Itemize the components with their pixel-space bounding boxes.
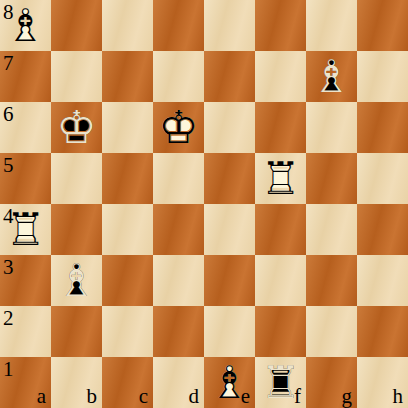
white-king-d6[interactable]: ♚♔ [153, 102, 204, 153]
white-rook-f5[interactable]: ♜♖ [255, 153, 306, 204]
black-bishop-outline-icon: ♗ [306, 51, 357, 102]
square-a1[interactable]: 1a [0, 357, 51, 408]
square-f5[interactable]: ♜♖ [255, 153, 306, 204]
black-bishop-b3[interactable]: ♝♗ [51, 255, 102, 306]
square-f1[interactable]: f♜♖ [255, 357, 306, 408]
rank-label-7: 7 [3, 53, 14, 74]
white-rook-outline-icon: ♖ [255, 153, 306, 204]
rank-label-1: 1 [3, 359, 14, 380]
square-h1[interactable]: h [357, 357, 408, 408]
square-h5[interactable] [357, 153, 408, 204]
square-h6[interactable] [357, 102, 408, 153]
square-h2[interactable] [357, 306, 408, 357]
square-f3[interactable] [255, 255, 306, 306]
square-c4[interactable] [102, 204, 153, 255]
square-b8[interactable] [51, 0, 102, 51]
square-b3[interactable]: ♝♗ [51, 255, 102, 306]
square-a5[interactable]: 5 [0, 153, 51, 204]
square-a8[interactable]: 8♝♗ [0, 0, 51, 51]
square-c8[interactable] [102, 0, 153, 51]
square-a4[interactable]: 4♜♖ [0, 204, 51, 255]
square-c1[interactable]: c [102, 357, 153, 408]
square-d1[interactable]: d [153, 357, 204, 408]
square-a7[interactable]: 7 [0, 51, 51, 102]
white-bishop-a8[interactable]: ♝♗ [0, 0, 51, 51]
white-rook-a4[interactable]: ♜♖ [0, 204, 51, 255]
square-e3[interactable] [204, 255, 255, 306]
square-e7[interactable] [204, 51, 255, 102]
square-b4[interactable] [51, 204, 102, 255]
square-g4[interactable] [306, 204, 357, 255]
square-e4[interactable] [204, 204, 255, 255]
white-king-outline-icon: ♔ [153, 102, 204, 153]
square-d6[interactable]: ♚♔ [153, 102, 204, 153]
white-bishop-outline-icon: ♗ [204, 357, 255, 408]
square-e6[interactable] [204, 102, 255, 153]
square-b6[interactable]: ♚♔ [51, 102, 102, 153]
square-a6[interactable]: 6 [0, 102, 51, 153]
file-label-a: a [37, 386, 46, 407]
square-f4[interactable] [255, 204, 306, 255]
black-king-outline-icon: ♔ [51, 102, 102, 153]
square-h7[interactable] [357, 51, 408, 102]
rank-label-6: 6 [3, 104, 14, 125]
square-h4[interactable] [357, 204, 408, 255]
file-label-h: h [393, 386, 404, 407]
square-g2[interactable] [306, 306, 357, 357]
square-b2[interactable] [51, 306, 102, 357]
square-b7[interactable] [51, 51, 102, 102]
square-f7[interactable] [255, 51, 306, 102]
square-g1[interactable]: g [306, 357, 357, 408]
square-g6[interactable] [306, 102, 357, 153]
black-king-b6[interactable]: ♚♔ [51, 102, 102, 153]
square-d7[interactable] [153, 51, 204, 102]
square-b5[interactable] [51, 153, 102, 204]
square-c2[interactable] [102, 306, 153, 357]
square-e5[interactable] [204, 153, 255, 204]
square-f2[interactable] [255, 306, 306, 357]
square-h3[interactable] [357, 255, 408, 306]
chess-board: 8♝♗7♝♗6♚♔♚♔5♜♖4♜♖3♝♗21abcde♝♗f♜♖gh [0, 0, 408, 408]
square-d4[interactable] [153, 204, 204, 255]
square-c7[interactable] [102, 51, 153, 102]
square-c6[interactable] [102, 102, 153, 153]
black-bishop-g7[interactable]: ♝♗ [306, 51, 357, 102]
square-a3[interactable]: 3 [0, 255, 51, 306]
black-rook-outline-icon: ♖ [255, 357, 306, 408]
square-c5[interactable] [102, 153, 153, 204]
white-rook-outline-icon: ♖ [0, 204, 51, 255]
square-d8[interactable] [153, 0, 204, 51]
file-label-g: g [342, 386, 353, 407]
file-label-d: d [189, 386, 200, 407]
white-bishop-e1[interactable]: ♝♗ [204, 357, 255, 408]
rank-label-2: 2 [3, 308, 14, 329]
white-bishop-outline-icon: ♗ [0, 0, 51, 51]
black-rook-f1[interactable]: ♜♖ [255, 357, 306, 408]
square-f8[interactable] [255, 0, 306, 51]
rank-label-5: 5 [3, 155, 14, 176]
file-label-b: b [87, 386, 98, 407]
square-d3[interactable] [153, 255, 204, 306]
square-b1[interactable]: b [51, 357, 102, 408]
square-d5[interactable] [153, 153, 204, 204]
rank-label-3: 3 [3, 257, 14, 278]
square-e8[interactable] [204, 0, 255, 51]
square-e2[interactable] [204, 306, 255, 357]
black-bishop-outline-icon: ♗ [51, 255, 102, 306]
file-label-c: c [139, 386, 148, 407]
square-e1[interactable]: e♝♗ [204, 357, 255, 408]
square-g8[interactable] [306, 0, 357, 51]
square-g5[interactable] [306, 153, 357, 204]
square-h8[interactable] [357, 0, 408, 51]
square-g3[interactable] [306, 255, 357, 306]
square-a2[interactable]: 2 [0, 306, 51, 357]
square-f6[interactable] [255, 102, 306, 153]
square-c3[interactable] [102, 255, 153, 306]
square-g7[interactable]: ♝♗ [306, 51, 357, 102]
square-d2[interactable] [153, 306, 204, 357]
